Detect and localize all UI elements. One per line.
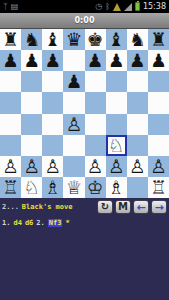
square-h6[interactable] xyxy=(148,71,169,92)
piece-b2: ♙ xyxy=(23,155,40,176)
flip-board-button[interactable]: ↻ xyxy=(97,200,113,214)
piece-c8: ♝ xyxy=(45,29,62,50)
move-token[interactable]: 1. xyxy=(2,219,10,227)
square-a4[interactable] xyxy=(0,114,21,135)
forward-move-button[interactable]: → xyxy=(151,200,167,214)
status-bar-clock: 15:38 xyxy=(143,2,166,11)
square-h2[interactable]: ♙ xyxy=(148,156,169,177)
square-b7[interactable]: ♟ xyxy=(21,50,42,71)
move-token[interactable]: 2. xyxy=(36,219,44,227)
square-g5[interactable] xyxy=(127,92,148,113)
piece-d8: ♛ xyxy=(66,29,83,50)
square-e5[interactable] xyxy=(85,92,106,113)
square-b2[interactable]: ♙ xyxy=(21,156,42,177)
square-c1[interactable]: ♗ xyxy=(42,177,63,198)
move-token[interactable]: * xyxy=(65,219,69,227)
square-a5[interactable] xyxy=(0,92,21,113)
piece-b1: ♘ xyxy=(23,176,40,197)
status-row: 2... Black's move ↻ M ← → xyxy=(0,198,169,216)
android-status-bar: ᛉ ▤ ◷ ᛒ 15:38 xyxy=(0,0,169,13)
piece-c2: ♙ xyxy=(45,155,62,176)
square-e2[interactable]: ♙ xyxy=(85,156,106,177)
battery-icon xyxy=(135,2,140,11)
piece-b7: ♟ xyxy=(23,50,40,71)
square-d8[interactable]: ♛ xyxy=(63,29,84,50)
move-token-current[interactable]: Nf3 xyxy=(48,219,63,227)
mode-label: M xyxy=(118,202,128,212)
square-b5[interactable] xyxy=(21,92,42,113)
move-token[interactable]: d4 xyxy=(13,219,21,227)
piece-f7: ♟ xyxy=(108,50,125,71)
square-d6[interactable]: ♟ xyxy=(63,71,84,92)
square-a1[interactable]: ♖ xyxy=(0,177,21,198)
piece-a7: ♟ xyxy=(2,50,19,71)
right-arrow-icon: → xyxy=(154,202,163,213)
game-clock: 0:00 xyxy=(75,16,95,25)
square-c5[interactable] xyxy=(42,92,63,113)
square-e1[interactable]: ♔ xyxy=(85,177,106,198)
square-g4[interactable] xyxy=(127,114,148,135)
square-g8[interactable]: ♞ xyxy=(127,29,148,50)
piece-h8: ♜ xyxy=(150,29,167,50)
piece-e1: ♔ xyxy=(87,176,104,197)
square-e3[interactable] xyxy=(85,135,106,156)
square-d1[interactable]: ♕ xyxy=(63,177,84,198)
square-e6[interactable] xyxy=(85,71,106,92)
square-f4[interactable] xyxy=(106,114,127,135)
square-e8[interactable]: ♚ xyxy=(85,29,106,50)
piece-a2: ♙ xyxy=(2,155,19,176)
piece-e8: ♚ xyxy=(87,29,104,50)
left-arrow-icon: ← xyxy=(136,202,145,213)
square-g3[interactable] xyxy=(127,135,148,156)
mode-button[interactable]: M xyxy=(115,200,131,214)
square-f8[interactable]: ♝ xyxy=(106,29,127,50)
square-c4[interactable] xyxy=(42,114,63,135)
square-g2[interactable]: ♙ xyxy=(127,156,148,177)
square-h1[interactable]: ♖ xyxy=(148,177,169,198)
square-g1[interactable] xyxy=(127,177,148,198)
square-d5[interactable] xyxy=(63,92,84,113)
piece-g8: ♞ xyxy=(129,29,146,50)
square-d4[interactable]: ♙ xyxy=(63,114,84,135)
square-f3[interactable]: ♘ xyxy=(106,135,127,156)
usb-icon: ᛉ xyxy=(3,0,8,13)
square-c8[interactable]: ♝ xyxy=(42,29,63,50)
piece-a8: ♜ xyxy=(2,29,19,50)
control-buttons: ↻ M ← → xyxy=(97,200,167,214)
status-move-number: 2... xyxy=(2,203,19,211)
piece-g7: ♟ xyxy=(129,50,146,71)
square-g6[interactable] xyxy=(127,71,148,92)
square-b6[interactable] xyxy=(21,71,42,92)
piece-h7: ♟ xyxy=(150,50,167,71)
piece-a1: ♖ xyxy=(2,176,19,197)
square-a7[interactable]: ♟ xyxy=(0,50,21,71)
square-b4[interactable] xyxy=(21,114,42,135)
square-a6[interactable] xyxy=(0,71,21,92)
square-f5[interactable] xyxy=(106,92,127,113)
move-list: 1.d4d62.Nf3* xyxy=(0,216,169,230)
piece-h2: ♙ xyxy=(150,155,167,176)
square-h7[interactable]: ♟ xyxy=(148,50,169,71)
square-h8[interactable]: ♜ xyxy=(148,29,169,50)
piece-e7: ♟ xyxy=(87,50,104,71)
piece-f2: ♙ xyxy=(108,155,125,176)
piece-e2: ♙ xyxy=(87,155,104,176)
square-f1[interactable]: ♗ xyxy=(106,177,127,198)
piece-d1: ♕ xyxy=(66,176,83,197)
bluetooth-icon: ᛒ xyxy=(105,0,110,13)
square-d7[interactable] xyxy=(63,50,84,71)
game-clock-bar: 0:00 xyxy=(0,13,169,29)
square-h4[interactable] xyxy=(148,114,169,135)
square-e4[interactable] xyxy=(85,114,106,135)
square-a8[interactable]: ♜ xyxy=(0,29,21,50)
square-a3[interactable] xyxy=(0,135,21,156)
square-c2[interactable]: ♙ xyxy=(42,156,63,177)
piece-d6: ♟ xyxy=(66,71,83,92)
piece-h1: ♖ xyxy=(150,176,167,197)
piece-f3: ♘ xyxy=(108,134,125,155)
piece-c1: ♗ xyxy=(45,176,62,197)
square-f7[interactable]: ♟ xyxy=(106,50,127,71)
square-d2[interactable] xyxy=(63,156,84,177)
square-h3[interactable] xyxy=(148,135,169,156)
wifi-icon xyxy=(113,3,121,11)
chess-board[interactable]: ♜♞♝♛♚♝♞♜♟♟♟♟♟♟♟♟♙♘♙♙♙♙♙♙♙♖♘♗♕♔♗♖ xyxy=(0,29,169,198)
square-b3[interactable] xyxy=(21,135,42,156)
square-e7[interactable]: ♟ xyxy=(85,50,106,71)
square-f6[interactable] xyxy=(106,71,127,92)
piece-c7: ♟ xyxy=(45,50,62,71)
square-d3[interactable] xyxy=(63,135,84,156)
square-b8[interactable]: ♞ xyxy=(21,29,42,50)
flip-icon: ↻ xyxy=(101,202,109,212)
piece-g2: ♙ xyxy=(129,155,146,176)
piece-f1: ♗ xyxy=(108,176,125,197)
square-c6[interactable] xyxy=(42,71,63,92)
turn-status-text: Black's move xyxy=(22,203,73,211)
square-f2[interactable]: ♙ xyxy=(106,156,127,177)
piece-d4: ♙ xyxy=(66,113,83,134)
move-token[interactable]: d6 xyxy=(25,219,33,227)
square-g7[interactable]: ♟ xyxy=(127,50,148,71)
square-b1[interactable]: ♘ xyxy=(21,177,42,198)
background-filler xyxy=(0,230,169,300)
piece-f8: ♝ xyxy=(108,29,125,50)
square-h5[interactable] xyxy=(148,92,169,113)
storage-icon: ▤ xyxy=(11,0,19,13)
alarm-icon: ◷ xyxy=(95,0,102,13)
square-c3[interactable] xyxy=(42,135,63,156)
back-move-button[interactable]: ← xyxy=(133,200,149,214)
square-a2[interactable]: ♙ xyxy=(0,156,21,177)
signal-icon xyxy=(124,3,132,11)
square-c7[interactable]: ♟ xyxy=(42,50,63,71)
piece-b8: ♞ xyxy=(23,29,40,50)
